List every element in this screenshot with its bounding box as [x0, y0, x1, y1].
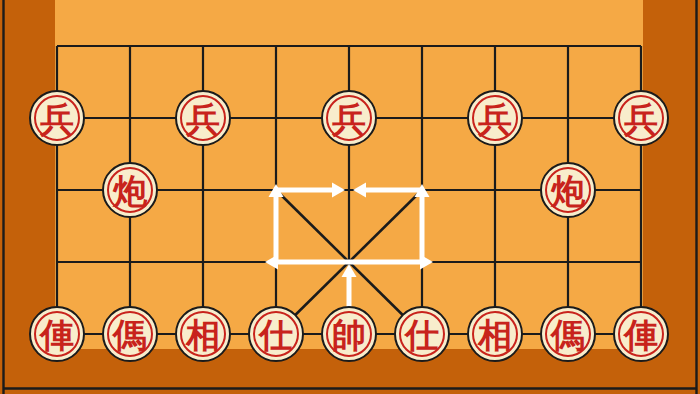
- piece-red-soldier-4[interactable]: 兵: [467, 90, 523, 146]
- piece-glyph: 相: [186, 318, 220, 352]
- piece-red-horse-right[interactable]: 傌: [540, 306, 596, 362]
- piece-glyph: 帥: [332, 318, 366, 352]
- xiangqi-board[interactable]: 俥傌相仕帥仕相傌俥炮炮兵兵兵兵兵: [0, 0, 700, 394]
- piece-red-soldier-1[interactable]: 兵: [29, 90, 85, 146]
- piece-glyph: 仕: [259, 318, 293, 352]
- piece-red-horse-left[interactable]: 傌: [102, 306, 158, 362]
- piece-glyph: 仕: [405, 318, 439, 352]
- piece-red-soldier-3[interactable]: 兵: [321, 90, 377, 146]
- piece-glyph: 俥: [40, 318, 74, 352]
- piece-glyph: 兵: [40, 102, 74, 136]
- piece-glyph: 炮: [551, 174, 585, 208]
- piece-glyph: 兵: [624, 102, 658, 136]
- piece-red-rook-left[interactable]: 俥: [29, 306, 85, 362]
- piece-red-cannon-left[interactable]: 炮: [102, 162, 158, 218]
- piece-red-soldier-2[interactable]: 兵: [175, 90, 231, 146]
- piece-glyph: 傌: [551, 318, 585, 352]
- piece-red-king[interactable]: 帥: [321, 306, 377, 362]
- piece-glyph: 俥: [624, 318, 658, 352]
- piece-red-elephant-left[interactable]: 相: [175, 306, 231, 362]
- piece-layer: 俥傌相仕帥仕相傌俥炮炮兵兵兵兵兵: [0, 0, 700, 394]
- piece-red-soldier-5[interactable]: 兵: [613, 90, 669, 146]
- piece-glyph: 傌: [113, 318, 147, 352]
- piece-red-advisor-right[interactable]: 仕: [394, 306, 450, 362]
- piece-red-cannon-right[interactable]: 炮: [540, 162, 596, 218]
- piece-red-rook-right[interactable]: 俥: [613, 306, 669, 362]
- piece-glyph: 兵: [332, 102, 366, 136]
- piece-red-elephant-right[interactable]: 相: [467, 306, 523, 362]
- piece-glyph: 兵: [478, 102, 512, 136]
- piece-glyph: 兵: [186, 102, 220, 136]
- piece-red-advisor-left[interactable]: 仕: [248, 306, 304, 362]
- piece-glyph: 相: [478, 318, 512, 352]
- piece-glyph: 炮: [113, 174, 147, 208]
